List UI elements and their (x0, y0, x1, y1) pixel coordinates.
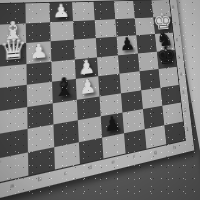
rank-label-1: 1 (186, 126, 189, 132)
square-c8 (49, 2, 73, 22)
square-a6 (0, 43, 26, 66)
file-label-d: d (88, 163, 92, 170)
square-g8 (133, 0, 153, 17)
rank-label-2: 2 (184, 107, 187, 113)
file-label-e: e (111, 158, 114, 165)
rank-label-3: 3 (182, 89, 185, 95)
square-d7 (73, 20, 96, 40)
rank-label-7: 7 (174, 21, 177, 26)
square-d6 (74, 38, 97, 59)
rank-label-8: 8 (172, 5, 175, 10)
square-b8 (25, 3, 50, 23)
square-b7 (26, 22, 51, 43)
square-f8 (114, 1, 135, 19)
square-g7 (135, 17, 155, 35)
square-c7 (50, 21, 74, 42)
square-f7 (115, 18, 136, 37)
file-label-h: h (173, 144, 176, 150)
rank-label-4: 4 (180, 71, 183, 76)
square-h8 (152, 0, 171, 17)
square-h6 (155, 33, 175, 52)
file-label-a: a (10, 181, 14, 189)
chess-board: abcdefgh12345678 ❖ ♟♝♚♛♟♟♞♟♚♝♟♟ (0, 0, 185, 182)
square-a7 (0, 23, 26, 45)
chessboard-photo: abcdefgh12345678 ❖ ♟♝♚♛♟♟♞♟♚♝♟♟ (0, 0, 200, 200)
square-f6 (117, 35, 138, 55)
margin-ornament-icon: ❖ (0, 157, 1, 170)
square-e8 (94, 1, 116, 19)
square-e7 (95, 19, 117, 38)
square-c6 (51, 40, 75, 62)
square-g6 (136, 34, 156, 53)
rank-label-6: 6 (176, 37, 179, 42)
file-label-c: c (64, 169, 67, 176)
square-b6 (26, 41, 51, 63)
square-e6 (96, 37, 118, 57)
file-label-g: g (154, 148, 157, 155)
square-h7 (153, 16, 173, 34)
rank-label-5: 5 (178, 54, 181, 59)
square-a8 (0, 3, 26, 24)
square-d8 (72, 2, 95, 21)
file-label-b: b (38, 175, 42, 183)
file-label-f: f (133, 153, 135, 159)
